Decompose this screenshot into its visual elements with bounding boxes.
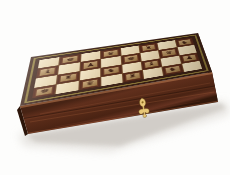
board-square [143,67,164,79]
board-square [101,74,122,86]
engraved-figure: ♜ [125,72,141,81]
board-square: ♛ [79,77,100,90]
engraved-figure: ♞ [165,65,181,74]
chess-box-photo: ♚♛♜♞♝♟♚♛♜♞♝♟♚♛♜♞ [0,0,230,175]
board-square: ♜ [122,70,143,82]
engraved-figure: ♚ [35,86,54,96]
board-square [182,61,202,72]
board-square: ♞ [163,64,183,75]
engraved-figure: ♛ [81,79,98,89]
